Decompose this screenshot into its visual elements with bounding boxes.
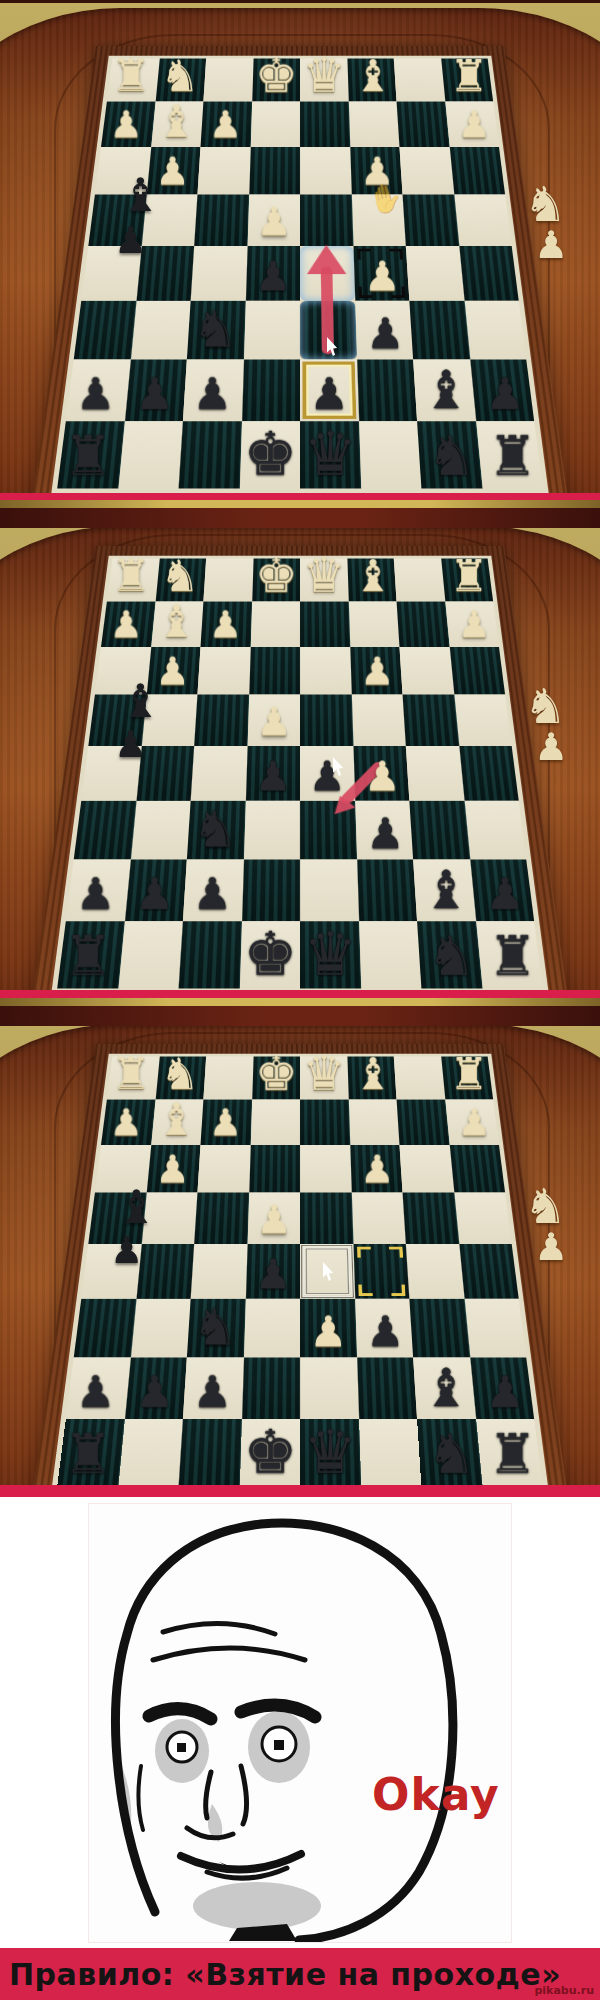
square-r7c7[interactable]: ♝ — [413, 1357, 476, 1419]
square-r5c8[interactable] — [459, 246, 519, 301]
square-r2c5[interactable] — [300, 1099, 350, 1144]
square-r2c3[interactable]: ♟ — [201, 601, 252, 646]
table-far-edge — [0, 1006, 600, 1026]
white-pawn[interactable]: ♟ — [247, 1201, 300, 1241]
square-r4c4[interactable]: ♟ — [247, 1193, 300, 1244]
square-r7c4[interactable] — [241, 359, 300, 421]
square-r3c8[interactable] — [449, 1145, 505, 1193]
square-r6c5[interactable]: ♟ — [300, 1299, 357, 1357]
square-r1c4[interactable]: ♚ — [252, 559, 300, 602]
square-r2c3[interactable]: ♟ — [201, 101, 252, 146]
square-r1c3[interactable] — [203, 559, 253, 602]
square-r6c8[interactable] — [464, 1299, 526, 1357]
black-queen[interactable]: ♛ — [300, 424, 361, 484]
white-queen[interactable]: ♛ — [300, 1049, 348, 1097]
black-rook[interactable]: ♜ — [482, 1427, 543, 1482]
square-r8c3[interactable] — [179, 421, 242, 488]
square-r7c7[interactable]: ♝ — [413, 859, 476, 921]
square-r4c5[interactable] — [300, 195, 353, 246]
white-pawn[interactable]: ♟ — [300, 1310, 356, 1352]
black-queen[interactable]: ♛ — [300, 924, 361, 984]
square-r2c3[interactable]: ♟ — [201, 1099, 252, 1144]
square-r6c1[interactable] — [74, 301, 136, 359]
square-r8c7[interactable]: ♞ — [417, 1419, 482, 1485]
square-r8c2[interactable] — [118, 921, 183, 988]
square-r4c3[interactable] — [194, 695, 249, 746]
pink-divider — [0, 990, 600, 998]
black-pawn[interactable]: ♟ — [125, 373, 183, 417]
black-pawn[interactable]: ♟ — [125, 1371, 183, 1415]
pink-divider — [0, 493, 600, 500]
square-r7c3[interactable]: ♟ — [183, 359, 244, 421]
white-rook[interactable]: ♜ — [107, 555, 155, 599]
square-r7c2[interactable]: ♟ — [124, 1357, 187, 1419]
board-rim: ♜♞♚♛♝♜♟♝♟♟♟♟♟♟♟♟♞♟♟♟♟♝♟♜♚♛♞♜ — [51, 556, 548, 990]
square-r7c5[interactable] — [300, 1357, 359, 1419]
black-king[interactable]: ♚ — [239, 1422, 300, 1482]
white-rook[interactable]: ♜ — [445, 555, 493, 599]
square-r4c3[interactable] — [194, 1193, 249, 1244]
caption-text: Правило: «Взятие на проходе» — [0, 1957, 570, 1992]
square-r4c5[interactable] — [300, 1193, 353, 1244]
square-r6c8[interactable] — [464, 301, 526, 359]
square-r5c7[interactable] — [406, 246, 464, 301]
white-pawn[interactable]: ♟ — [449, 1104, 499, 1141]
square-r7c6[interactable] — [357, 859, 418, 921]
square-r1c4[interactable]: ♚ — [252, 1057, 300, 1100]
white-rook[interactable]: ♜ — [445, 1053, 493, 1097]
square-r1c8[interactable]: ♜ — [441, 1057, 493, 1100]
square-r8c1[interactable]: ♜ — [57, 1419, 124, 1485]
square-r5c7[interactable] — [406, 1244, 464, 1299]
square-r7c8[interactable]: ♟ — [470, 1357, 535, 1419]
square-r2c8[interactable]: ♟ — [445, 1099, 499, 1144]
square-r7c2[interactable]: ♟ — [124, 859, 187, 921]
captured-black-pawn: ♟ — [114, 222, 147, 259]
square-r3c6[interactable]: ♟ — [350, 647, 403, 695]
white-pawn[interactable]: ♟ — [247, 703, 300, 743]
black-pawn[interactable]: ♟ — [356, 1310, 412, 1352]
square-r5c3[interactable] — [191, 246, 247, 301]
black-pawn[interactable]: ♟ — [245, 256, 300, 297]
black-pawn[interactable]: ♟ — [356, 312, 412, 354]
white-rook[interactable]: ♜ — [107, 1053, 155, 1097]
captured-white-pawn: ♟ — [534, 1228, 568, 1266]
square-r4c7[interactable] — [403, 695, 459, 746]
square-r3c8[interactable] — [449, 647, 505, 695]
square-r8c6[interactable] — [359, 1419, 422, 1485]
square-r1c6[interactable]: ♝ — [347, 59, 397, 102]
square-r2c5[interactable] — [300, 601, 350, 646]
square-r4c6[interactable] — [351, 695, 406, 746]
square-r2c4[interactable] — [250, 601, 300, 646]
square-r6c2[interactable] — [130, 301, 190, 359]
white-pawn[interactable]: ♟ — [449, 106, 499, 143]
square-r7c3[interactable]: ♟ — [183, 1357, 244, 1419]
wall-strip — [0, 500, 600, 508]
square-r8c1[interactable]: ♜ — [57, 421, 124, 488]
black-pawn[interactable]: ♟ — [183, 873, 241, 917]
square-r8c1[interactable]: ♜ — [57, 921, 124, 988]
square-r2c4[interactable] — [250, 101, 300, 146]
square-r1c6[interactable]: ♝ — [347, 559, 397, 602]
captured-black-bishop: ♝ — [116, 1184, 157, 1230]
square-r7c5[interactable]: ♟ — [300, 359, 359, 421]
square-r6c2[interactable] — [130, 801, 190, 859]
white-pawn[interactable]: ♟ — [351, 653, 402, 692]
square-r2c2[interactable]: ♝ — [151, 101, 204, 146]
okay-label: Okay — [372, 1769, 500, 1820]
square-r7c7[interactable]: ♝ — [413, 359, 476, 421]
captured-black-bishop: ♝ — [120, 172, 161, 218]
black-king[interactable]: ♚ — [239, 924, 300, 984]
square-r6c8[interactable] — [464, 801, 526, 859]
square-r5c2[interactable] — [136, 1244, 194, 1299]
white-pawn[interactable]: ♟ — [351, 1151, 402, 1190]
square-r6c7[interactable] — [409, 801, 469, 859]
square-r7c4[interactable] — [241, 859, 300, 921]
chess-board: ♜♞♚♛♝♜♟♝♟♟♟♟♟♟♟♞♟♟♟♟♟♝♟♜♚♛♞♜ — [31, 46, 570, 493]
captured-black-bishop: ♝ — [120, 678, 161, 724]
square-r3c3[interactable] — [197, 647, 250, 695]
square-r8c5[interactable]: ♛ — [300, 421, 361, 488]
square-r2c5[interactable] — [300, 101, 350, 146]
black-pawn[interactable]: ♟ — [66, 873, 124, 917]
square-r6c3[interactable]: ♞ — [187, 301, 245, 359]
black-rook[interactable]: ♜ — [58, 429, 119, 484]
square-r8c5[interactable]: ♛ — [300, 1419, 361, 1485]
black-pawn[interactable]: ♟ — [475, 873, 533, 917]
square-r6c4[interactable] — [243, 1299, 300, 1357]
square-r6c6[interactable]: ♟ — [355, 1299, 413, 1357]
square-r1c5[interactable]: ♛ — [300, 1057, 348, 1100]
square-r1c1[interactable]: ♜ — [107, 559, 159, 602]
square-r7c1[interactable]: ♟ — [66, 859, 131, 921]
square-r3c5[interactable] — [300, 147, 351, 195]
black-pawn[interactable]: ♟ — [66, 373, 124, 417]
white-queen[interactable]: ♛ — [300, 51, 348, 99]
square-r3c4[interactable] — [249, 147, 300, 195]
caption-bar: Правило: «Взятие на проходе» pikabu.ru — [0, 1948, 600, 2000]
board-grid: ♜♞♚♛♝♜♟♝♟♟♟♟♟♟♟♞♟♟♟♟♟♝♟♜♚♛♞♜ — [57, 59, 543, 489]
black-king[interactable]: ♚ — [239, 424, 300, 484]
square-r7c4[interactable] — [241, 1357, 300, 1419]
square-r7c8[interactable]: ♟ — [470, 859, 535, 921]
square-r6c7[interactable] — [409, 301, 469, 359]
white-pawn[interactable]: ♟ — [101, 106, 151, 143]
white-rook[interactable]: ♜ — [445, 55, 493, 99]
square-r2c1[interactable]: ♟ — [101, 1099, 155, 1144]
square-r3c7[interactable] — [399, 1145, 453, 1193]
white-king[interactable]: ♚ — [252, 1049, 300, 1097]
black-bishop[interactable]: ♝ — [417, 364, 475, 417]
white-pawn[interactable]: ♟ — [355, 756, 410, 797]
square-r4c8[interactable] — [454, 1193, 512, 1244]
white-knight[interactable]: ♞ — [155, 555, 203, 599]
black-knight[interactable]: ♞ — [421, 1427, 482, 1482]
square-r2c1[interactable]: ♟ — [101, 101, 155, 146]
square-r3c4[interactable] — [249, 647, 300, 695]
black-pawn[interactable]: ♟ — [245, 756, 300, 797]
captured-black-pawn: ♟ — [114, 726, 147, 763]
square-r7c2[interactable]: ♟ — [124, 359, 187, 421]
black-pawn[interactable]: ♟ — [183, 1371, 241, 1415]
square-r2c8[interactable]: ♟ — [445, 601, 499, 646]
square-r5c3[interactable] — [191, 746, 247, 801]
okay-guy-face-image — [88, 1503, 512, 1943]
captured-black-pawn: ♟ — [110, 1232, 143, 1269]
captured-white-pawn: ♟ — [534, 728, 568, 766]
square-r6c7[interactable] — [409, 1299, 469, 1357]
square-r2c8[interactable]: ♟ — [445, 101, 499, 146]
square-r6c6[interactable]: ♟ — [355, 301, 413, 359]
square-r1c7[interactable] — [394, 559, 445, 602]
square-r3c7[interactable] — [399, 147, 453, 195]
square-r4c3[interactable] — [194, 195, 249, 246]
square-r7c5[interactable] — [300, 859, 359, 921]
wall-strip — [0, 998, 600, 1006]
white-king[interactable]: ♚ — [252, 51, 300, 99]
black-rook[interactable]: ♜ — [58, 1427, 119, 1482]
square-r8c4[interactable]: ♚ — [239, 421, 300, 488]
square-r5c6[interactable]: ♟ — [353, 246, 409, 301]
black-knight[interactable]: ♞ — [421, 929, 482, 984]
square-r2c6[interactable] — [348, 1099, 399, 1144]
chess-board-panel-3: ♜♞♚♛♝♜♟♝♟♟♟♟♟♟♞♟♟♟♟♟♝♟♜♚♛♞♜ ♝ ♟ ♞ ♟ ✋ — [0, 998, 600, 1485]
black-rook[interactable]: ♜ — [482, 929, 543, 984]
table-far-edge — [0, 508, 600, 528]
black-rook[interactable]: ♜ — [58, 929, 119, 984]
chess-board: ♜♞♚♛♝♜♟♝♟♟♟♟♟♟♟♟♞♟♟♟♟♝♟♜♚♛♞♜ — [31, 546, 570, 990]
board-rim: ♜♞♚♛♝♜♟♝♟♟♟♟♟♟♟♞♟♟♟♟♟♝♟♜♚♛♞♜ — [51, 56, 548, 493]
white-bishop[interactable]: ♝ — [151, 599, 201, 644]
white-pawn[interactable]: ♟ — [355, 256, 410, 297]
square-r2c6[interactable] — [348, 101, 399, 146]
captured-white-knight: ♞ — [524, 180, 567, 228]
square-r6c4[interactable] — [243, 801, 300, 859]
okay-guy-meme: Okay — [0, 1497, 600, 1948]
white-knight[interactable]: ♞ — [155, 55, 203, 99]
square-r6c3[interactable]: ♞ — [187, 801, 245, 859]
square-r8c8[interactable]: ♜ — [476, 421, 543, 488]
square-r7c8[interactable]: ♟ — [470, 359, 535, 421]
white-pawn[interactable]: ♟ — [247, 203, 300, 243]
square-r5c5[interactable]: ♟ — [300, 746, 355, 801]
black-pawn[interactable]: ♟ — [356, 812, 412, 854]
square-r8c4[interactable]: ♚ — [239, 1419, 300, 1485]
square-r5c7[interactable] — [406, 746, 464, 801]
black-rook[interactable]: ♜ — [482, 429, 543, 484]
square-r4c8[interactable] — [454, 195, 512, 246]
black-pawn[interactable]: ♟ — [475, 373, 533, 417]
white-knight[interactable]: ♞ — [155, 1053, 203, 1097]
watermark: pikabu.ru — [534, 1984, 594, 1997]
square-r1c5[interactable]: ♛ — [300, 559, 348, 602]
square-r3c4[interactable] — [249, 1145, 300, 1193]
square-r1c8[interactable]: ♜ — [441, 559, 493, 602]
square-r8c7[interactable]: ♞ — [417, 421, 482, 488]
square-r5c3[interactable] — [191, 1244, 247, 1299]
square-r2c1[interactable]: ♟ — [101, 601, 155, 646]
square-r5c8[interactable] — [459, 746, 519, 801]
black-pawn[interactable]: ♟ — [183, 373, 241, 417]
okay-guy-face-drawing — [89, 1504, 511, 1942]
black-pawn[interactable]: ♟ — [475, 1371, 533, 1415]
square-r8c6[interactable] — [359, 921, 422, 988]
white-bishop[interactable]: ♝ — [151, 1097, 201, 1142]
square-r7c1[interactable]: ♟ — [66, 359, 131, 421]
square-r6c5[interactable] — [300, 801, 357, 859]
black-pawn[interactable]: ♟ — [66, 1371, 124, 1415]
square-r3c3[interactable] — [197, 1145, 250, 1193]
square-r4c7[interactable] — [403, 1193, 459, 1244]
square-r3c7[interactable] — [399, 647, 453, 695]
square-r8c8[interactable]: ♜ — [476, 921, 543, 988]
white-bishop[interactable]: ♝ — [348, 1053, 396, 1097]
square-r6c1[interactable] — [74, 801, 136, 859]
square-r2c7[interactable] — [397, 1099, 450, 1144]
square-r7c6[interactable] — [357, 359, 418, 421]
square-r1c3[interactable] — [203, 59, 253, 102]
square-r7c6[interactable] — [357, 1357, 418, 1419]
square-r1c1[interactable]: ♜ — [107, 59, 159, 102]
square-r8c3[interactable] — [179, 1419, 242, 1485]
square-r1c7[interactable] — [394, 1057, 445, 1100]
square-r5c4[interactable]: ♟ — [245, 746, 300, 801]
black-pawn[interactable]: ♟ — [300, 373, 358, 417]
square-r6c2[interactable] — [130, 1299, 190, 1357]
square-r7c3[interactable]: ♟ — [183, 859, 244, 921]
white-pawn[interactable]: ♟ — [101, 1104, 151, 1141]
white-bishop[interactable]: ♝ — [151, 99, 201, 144]
square-r1c8[interactable]: ♜ — [441, 59, 493, 102]
square-r3c6[interactable]: ♟ — [350, 1145, 403, 1193]
square-r4c7[interactable] — [403, 195, 459, 246]
captured-white-knight: ♞ — [524, 682, 567, 730]
white-rook[interactable]: ♜ — [107, 55, 155, 99]
black-pawn[interactable]: ♟ — [300, 756, 355, 797]
white-bishop[interactable]: ♝ — [348, 55, 396, 99]
black-knight[interactable]: ♞ — [187, 804, 243, 855]
square-r2c7[interactable] — [397, 601, 450, 646]
white-bishop[interactable]: ♝ — [348, 555, 396, 599]
square-r7c1[interactable]: ♟ — [66, 1357, 131, 1419]
meme-page: ♜♞♚♛♝♜♟♝♟♟♟♟♟♟♟♞♟♟♟♟♟♝♟♜♚♛♞♜ ♝ ♟ ♞ ♟ ✋ ♜… — [0, 0, 600, 2000]
white-queen[interactable]: ♛ — [300, 551, 348, 599]
square-r2c2[interactable]: ♝ — [151, 601, 204, 646]
square-r1c1[interactable]: ♜ — [107, 1057, 159, 1100]
square-r2c7[interactable] — [397, 101, 450, 146]
square-r3c5[interactable] — [300, 1145, 351, 1193]
square-r8c6[interactable] — [359, 421, 422, 488]
black-knight[interactable]: ♞ — [421, 429, 482, 484]
pink-divider — [0, 1485, 600, 1497]
square-r3c3[interactable] — [197, 147, 250, 195]
square-r1c7[interactable] — [394, 59, 445, 102]
board-grid: ♜♞♚♛♝♜♟♝♟♟♟♟♟♟♟♟♞♟♟♟♟♝♟♜♚♛♞♜ — [57, 559, 543, 989]
chess-board-panel-1: ♜♞♚♛♝♜♟♝♟♟♟♟♟♟♟♞♟♟♟♟♟♝♟♜♚♛♞♜ ♝ ♟ ♞ ♟ ✋ — [0, 0, 600, 493]
square-r4c4[interactable]: ♟ — [247, 695, 300, 746]
captured-white-pawn: ♟ — [534, 226, 568, 264]
square-r8c3[interactable] — [179, 921, 242, 988]
white-pawn[interactable]: ♟ — [201, 1104, 251, 1141]
square-r2c4[interactable] — [250, 1099, 300, 1144]
chess-board-panel-2: ♜♞♚♛♝♜♟♝♟♟♟♟♟♟♟♟♞♟♟♟♟♝♟♜♚♛♞♜ ♝ ♟ ♞ ♟ ✋ — [0, 500, 600, 990]
square-r1c6[interactable]: ♝ — [347, 1057, 397, 1100]
square-r5c4[interactable]: ♟ — [245, 1244, 300, 1299]
square-r3c5[interactable] — [300, 647, 351, 695]
black-bishop[interactable]: ♝ — [417, 1362, 475, 1415]
square-r4c5[interactable] — [300, 695, 353, 746]
square-r5c6[interactable] — [353, 1244, 409, 1299]
square-r8c5[interactable]: ♛ — [300, 921, 361, 988]
square-r4c8[interactable] — [454, 695, 512, 746]
square-r3c8[interactable] — [449, 147, 505, 195]
square-r6c4[interactable] — [243, 301, 300, 359]
square-r1c3[interactable] — [203, 1057, 253, 1100]
square-r8c7[interactable]: ♞ — [417, 921, 482, 988]
square-r8c8[interactable]: ♜ — [476, 1419, 543, 1485]
square-r6c3[interactable]: ♞ — [187, 1299, 245, 1357]
square-r6c6[interactable]: ♟ — [355, 801, 413, 859]
square-r8c4[interactable]: ♚ — [239, 921, 300, 988]
white-pawn[interactable]: ♟ — [201, 106, 251, 143]
square-r5c4[interactable]: ♟ — [245, 246, 300, 301]
black-bishop[interactable]: ♝ — [417, 864, 475, 917]
square-r2c2[interactable]: ♝ — [151, 1099, 204, 1144]
square-r5c8[interactable] — [459, 1244, 519, 1299]
square-r1c4[interactable]: ♚ — [252, 59, 300, 102]
captured-white-knight: ♞ — [524, 1182, 567, 1230]
square-r5c5[interactable] — [300, 246, 355, 301]
square-r1c5[interactable]: ♛ — [300, 59, 348, 102]
black-knight[interactable]: ♞ — [187, 304, 243, 355]
square-r5c6[interactable]: ♟ — [353, 746, 409, 801]
white-pawn[interactable]: ♟ — [101, 606, 151, 643]
square-r2c6[interactable] — [348, 601, 399, 646]
square-r8c2[interactable] — [118, 1419, 183, 1485]
black-pawn[interactable]: ♟ — [245, 1254, 300, 1295]
square-r4c4[interactable]: ♟ — [247, 195, 300, 246]
square-r6c1[interactable] — [74, 1299, 136, 1357]
white-pawn[interactable]: ♟ — [201, 606, 251, 643]
white-pawn[interactable]: ♟ — [449, 606, 499, 643]
white-king[interactable]: ♚ — [252, 551, 300, 599]
black-queen[interactable]: ♛ — [300, 1422, 361, 1482]
square-r8c2[interactable] — [118, 421, 183, 488]
black-knight[interactable]: ♞ — [187, 1302, 243, 1353]
square-r4c6[interactable] — [351, 1193, 406, 1244]
black-pawn[interactable]: ♟ — [125, 873, 183, 917]
